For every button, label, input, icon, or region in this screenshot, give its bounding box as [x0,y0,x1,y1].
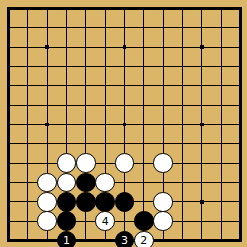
stone-white[interactable] [115,153,134,172]
stone-black[interactable] [115,192,134,211]
stone-black[interactable] [76,173,95,192]
star-point [45,123,49,127]
stone-white[interactable] [37,192,56,211]
stone-white[interactable] [95,173,114,192]
stone-black[interactable] [57,192,76,211]
stone-white[interactable] [37,211,56,230]
star-point [200,45,204,49]
stone-white[interactable] [37,173,56,192]
stone-black[interactable]: 1 [57,231,76,247]
grid-line-vertical [221,9,222,241]
stone-black[interactable] [57,211,76,230]
star-point [45,45,49,49]
stone-black[interactable]: 3 [115,231,134,247]
star-point [123,45,127,49]
stone-white[interactable]: 2 [134,231,153,247]
stone-white[interactable] [153,192,172,211]
go-diagram: 4132 [0,0,247,247]
grid-line-vertical [143,9,144,241]
move-number-label: 3 [121,235,128,246]
star-point [123,123,127,127]
stone-black[interactable] [134,211,153,230]
star-point [200,123,204,127]
move-number-label: 4 [102,216,109,227]
move-number-label: 2 [140,235,147,246]
stone-white[interactable] [153,211,172,230]
stone-black[interactable] [76,192,95,211]
stone-black[interactable] [95,192,114,211]
grid-line-horizontal [9,143,241,144]
star-point [200,200,204,204]
move-number-label: 1 [63,235,70,246]
grid-line-vertical [182,9,183,241]
stone-white[interactable] [153,153,172,172]
stone-white[interactable] [57,153,76,172]
stone-white[interactable]: 4 [95,211,114,230]
stone-white[interactable] [76,153,95,172]
go-board[interactable]: 4132 [0,0,247,247]
